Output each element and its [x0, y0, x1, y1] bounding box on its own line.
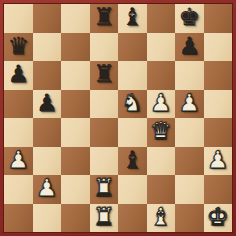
square-a6[interactable]: ♟ — [4, 61, 33, 90]
square-g6[interactable] — [175, 61, 204, 90]
white-knight-piece[interactable]: ♞ — [121, 91, 143, 115]
square-e1[interactable] — [118, 204, 147, 233]
square-f6[interactable] — [147, 61, 176, 90]
square-e3[interactable]: ♝ — [118, 147, 147, 176]
square-c6[interactable] — [61, 61, 90, 90]
white-rook-piece[interactable]: ♜ — [93, 176, 115, 200]
square-a8[interactable] — [4, 4, 33, 33]
square-c8[interactable] — [61, 4, 90, 33]
square-c7[interactable] — [61, 33, 90, 62]
square-b6[interactable] — [33, 61, 62, 90]
white-pawn-piece[interactable]: ♟ — [207, 148, 229, 172]
square-b3[interactable] — [33, 147, 62, 176]
square-e2[interactable] — [118, 175, 147, 204]
square-g8[interactable]: ♚ — [175, 4, 204, 33]
chess-board: ♜♝♚♛♟♟♜♟♞♟♟♛♟♝♟♟♜♜♝♚ — [4, 4, 232, 232]
black-rook-piece[interactable]: ♜ — [93, 62, 115, 86]
square-f1[interactable]: ♝ — [147, 204, 176, 233]
square-d1[interactable]: ♜ — [90, 204, 119, 233]
white-rook-piece[interactable]: ♜ — [93, 205, 115, 229]
square-h5[interactable] — [204, 90, 233, 119]
black-bishop-piece[interactable]: ♝ — [121, 148, 143, 172]
square-a7[interactable]: ♛ — [4, 33, 33, 62]
square-f8[interactable] — [147, 4, 176, 33]
black-queen-piece[interactable]: ♛ — [7, 34, 29, 58]
square-b5[interactable]: ♟ — [33, 90, 62, 119]
white-queen-piece[interactable]: ♛ — [150, 119, 172, 143]
square-b2[interactable]: ♟ — [33, 175, 62, 204]
board-frame: ♜♝♚♛♟♟♜♟♞♟♟♛♟♝♟♟♜♜♝♚ — [0, 0, 236, 236]
square-e4[interactable] — [118, 118, 147, 147]
square-f4[interactable]: ♛ — [147, 118, 176, 147]
black-rook-piece[interactable]: ♜ — [93, 5, 115, 29]
square-h3[interactable]: ♟ — [204, 147, 233, 176]
square-d5[interactable] — [90, 90, 119, 119]
square-c1[interactable] — [61, 204, 90, 233]
white-bishop-piece[interactable]: ♝ — [150, 205, 172, 229]
square-c4[interactable] — [61, 118, 90, 147]
square-b8[interactable] — [33, 4, 62, 33]
square-g3[interactable] — [175, 147, 204, 176]
white-pawn-piece[interactable]: ♟ — [178, 91, 200, 115]
square-f5[interactable]: ♟ — [147, 90, 176, 119]
square-h8[interactable] — [204, 4, 233, 33]
square-b1[interactable] — [33, 204, 62, 233]
square-e8[interactable]: ♝ — [118, 4, 147, 33]
black-bishop-piece[interactable]: ♝ — [121, 5, 143, 29]
square-g5[interactable]: ♟ — [175, 90, 204, 119]
square-h6[interactable] — [204, 61, 233, 90]
square-e6[interactable] — [118, 61, 147, 90]
square-f2[interactable] — [147, 175, 176, 204]
square-c3[interactable] — [61, 147, 90, 176]
square-d4[interactable] — [90, 118, 119, 147]
white-pawn-piece[interactable]: ♟ — [36, 176, 58, 200]
black-pawn-piece[interactable]: ♟ — [7, 62, 29, 86]
white-pawn-piece[interactable]: ♟ — [7, 148, 29, 172]
square-h7[interactable] — [204, 33, 233, 62]
black-pawn-piece[interactable]: ♟ — [36, 91, 58, 115]
square-e7[interactable] — [118, 33, 147, 62]
square-h4[interactable] — [204, 118, 233, 147]
square-c5[interactable] — [61, 90, 90, 119]
square-a1[interactable] — [4, 204, 33, 233]
square-a3[interactable]: ♟ — [4, 147, 33, 176]
square-a5[interactable] — [4, 90, 33, 119]
square-d3[interactable] — [90, 147, 119, 176]
square-h2[interactable] — [204, 175, 233, 204]
square-g1[interactable] — [175, 204, 204, 233]
square-d6[interactable]: ♜ — [90, 61, 119, 90]
white-king-piece[interactable]: ♚ — [207, 205, 229, 229]
square-d7[interactable] — [90, 33, 119, 62]
square-b7[interactable] — [33, 33, 62, 62]
square-c2[interactable] — [61, 175, 90, 204]
square-a4[interactable] — [4, 118, 33, 147]
square-d2[interactable]: ♜ — [90, 175, 119, 204]
square-h1[interactable]: ♚ — [204, 204, 233, 233]
square-f7[interactable] — [147, 33, 176, 62]
white-pawn-piece[interactable]: ♟ — [150, 91, 172, 115]
black-pawn-piece[interactable]: ♟ — [178, 34, 200, 58]
square-b4[interactable] — [33, 118, 62, 147]
square-g7[interactable]: ♟ — [175, 33, 204, 62]
square-g4[interactable] — [175, 118, 204, 147]
square-g2[interactable] — [175, 175, 204, 204]
square-e5[interactable]: ♞ — [118, 90, 147, 119]
square-f3[interactable] — [147, 147, 176, 176]
square-a2[interactable] — [4, 175, 33, 204]
square-d8[interactable]: ♜ — [90, 4, 119, 33]
black-king-piece[interactable]: ♚ — [178, 5, 200, 29]
